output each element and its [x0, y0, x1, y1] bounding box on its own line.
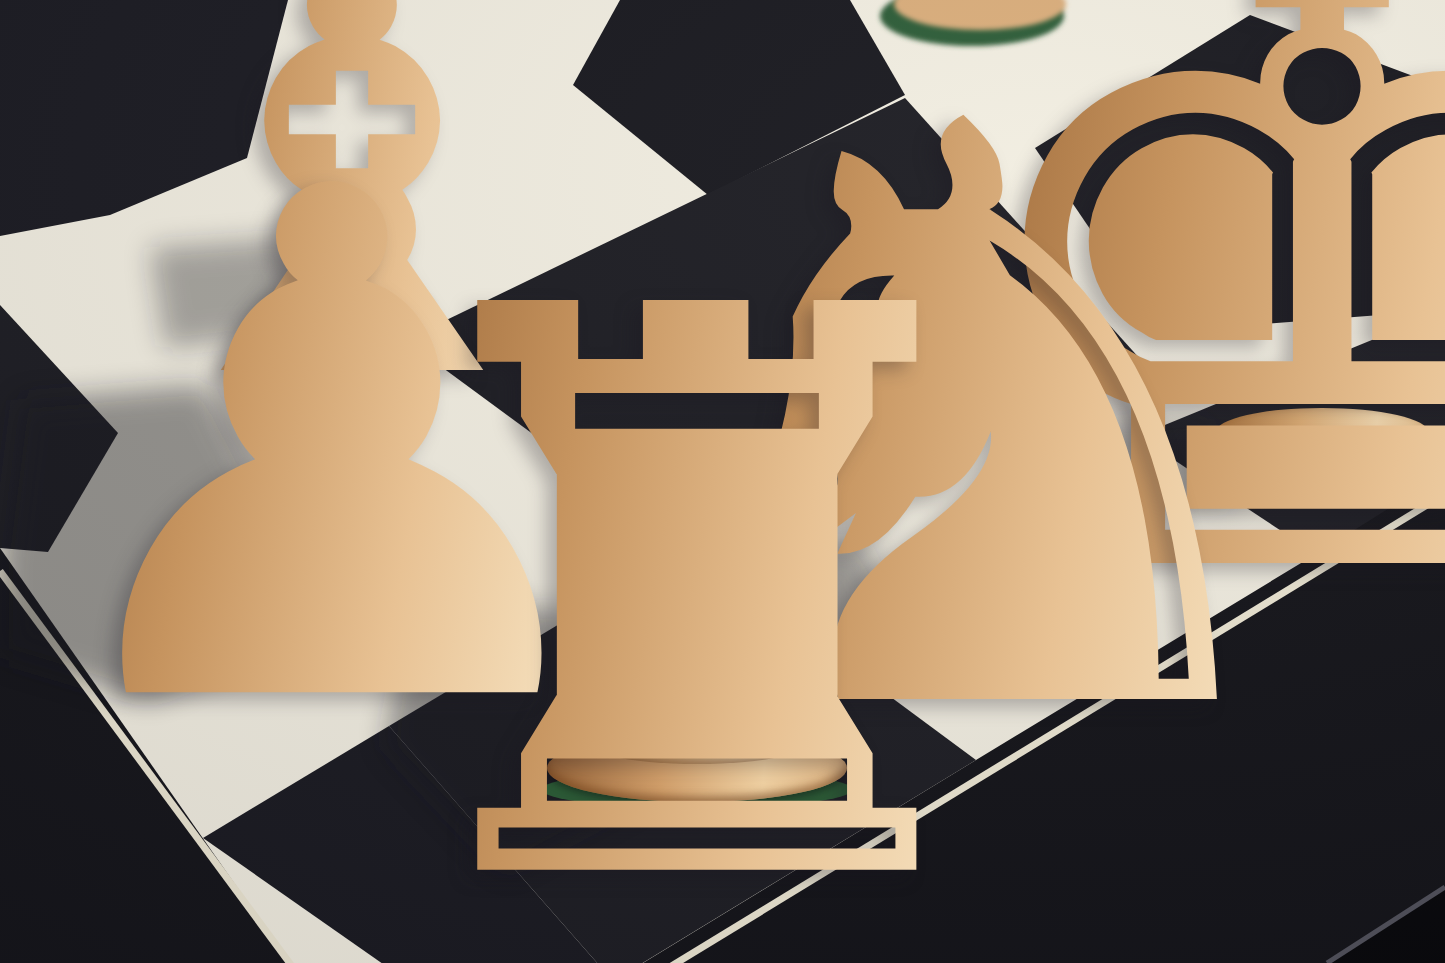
shadow-bishop: [150, 238, 312, 348]
board-surface: [0, 0, 1445, 963]
chessboard-photo: ♝♚♞♟♜: [0, 0, 1445, 963]
